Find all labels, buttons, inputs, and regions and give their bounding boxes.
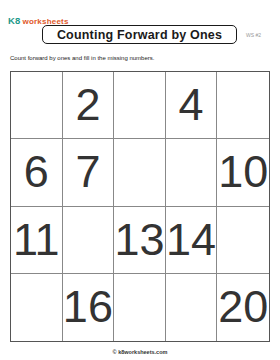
page-title: Counting Forward by Ones	[42, 25, 237, 44]
grid-cell-empty[interactable]	[114, 274, 166, 341]
grid-cell-filled: 13	[114, 207, 166, 274]
worksheet-page: K8worksheets Counting Forward by Ones WS…	[0, 0, 280, 360]
grid-cell-filled: 6	[11, 139, 63, 206]
instruction-text: Count forward by ones and fill in the mi…	[10, 55, 154, 61]
grid-cell-filled: 16	[63, 274, 115, 341]
worksheet-number: WS #2	[246, 32, 261, 38]
grid-cell-empty[interactable]	[114, 72, 166, 139]
grid-cell-filled: 4	[166, 72, 218, 139]
grid-cell-filled: 11	[11, 207, 63, 274]
grid-cell-empty[interactable]	[114, 139, 166, 206]
grid-cell-empty[interactable]	[63, 207, 115, 274]
grid-cell-filled: 7	[63, 139, 115, 206]
grid-cell-empty[interactable]	[11, 72, 63, 139]
grid-cell-filled: 10	[217, 139, 269, 206]
grid-cell-empty[interactable]	[166, 274, 218, 341]
grid-cell-empty[interactable]	[11, 274, 63, 341]
grid-cell-filled: 20	[217, 274, 269, 341]
grid-cell-empty[interactable]	[217, 72, 269, 139]
grid-cell-empty[interactable]	[166, 139, 218, 206]
footer-credit: © k8worksheets.com	[0, 349, 280, 355]
logo-k8-text: K8	[8, 15, 21, 26]
number-grid: 2467101113141620	[10, 71, 270, 342]
grid-cell-filled: 14	[166, 207, 218, 274]
grid-cell-filled: 2	[63, 72, 115, 139]
grid-cell-empty[interactable]	[217, 207, 269, 274]
